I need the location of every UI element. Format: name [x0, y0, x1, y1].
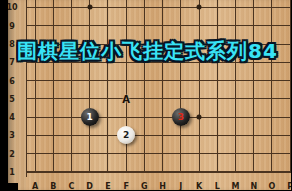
row-label: 3: [9, 131, 15, 140]
video-title-overlay: 围棋星位小飞挂定式系列84: [17, 38, 278, 65]
column-label: A: [32, 182, 38, 191]
go-stone-black: 1: [81, 108, 99, 126]
column-label: N: [250, 182, 257, 191]
row-label: 9: [9, 21, 15, 30]
row-label: 5: [9, 94, 15, 103]
grid-line-h: [26, 117, 292, 118]
row-label: 6: [9, 76, 15, 85]
grid-line-h: [26, 7, 292, 8]
column-label: D: [86, 182, 93, 191]
row-label: 4: [9, 113, 15, 122]
stone-move-number: 3: [178, 113, 184, 122]
grid-line-h: [26, 153, 292, 154]
column-label: E: [105, 182, 110, 191]
go-board: [8, 0, 291, 190]
bottom-left-letterbox: [0, 183, 18, 190]
column-label: H: [159, 182, 166, 191]
video-frame[interactable]: 10987654321ABCDEFGHJKLMNOPA123 围棋星位小飞挂定式…: [0, 0, 292, 190]
go-stone-white: 2: [117, 126, 135, 144]
grid-line-h: [26, 135, 292, 136]
column-label: G: [141, 182, 148, 191]
grid-line-h: [26, 80, 292, 81]
board-marker: A: [122, 93, 130, 104]
grid-line-h: [26, 171, 292, 173]
stone-move-number: 1: [87, 113, 93, 122]
column-label: F: [123, 182, 128, 191]
column-label: L: [215, 182, 220, 191]
star-point: [197, 115, 202, 120]
row-label: 2: [9, 149, 15, 158]
stone-move-number: 2: [123, 131, 129, 140]
row-label: 10: [6, 3, 17, 12]
right-letterbox-bar: [291, 0, 292, 190]
column-label: J: [179, 182, 182, 191]
grid-line-h: [26, 98, 292, 99]
go-stone-black: 3: [172, 108, 190, 126]
column-label: C: [69, 182, 75, 191]
row-label: 7: [9, 58, 15, 67]
column-label: B: [50, 182, 56, 191]
star-point: [87, 5, 92, 10]
board-edge-line: [26, 0, 27, 177]
row-label: 8: [9, 40, 15, 49]
column-label: O: [269, 182, 276, 191]
column-label: M: [232, 182, 240, 191]
left-letterbox-bar: [0, 0, 8, 190]
grid-line-h: [26, 25, 292, 26]
row-label: 1: [9, 168, 15, 177]
star-point: [197, 5, 202, 10]
column-label: K: [196, 182, 202, 191]
